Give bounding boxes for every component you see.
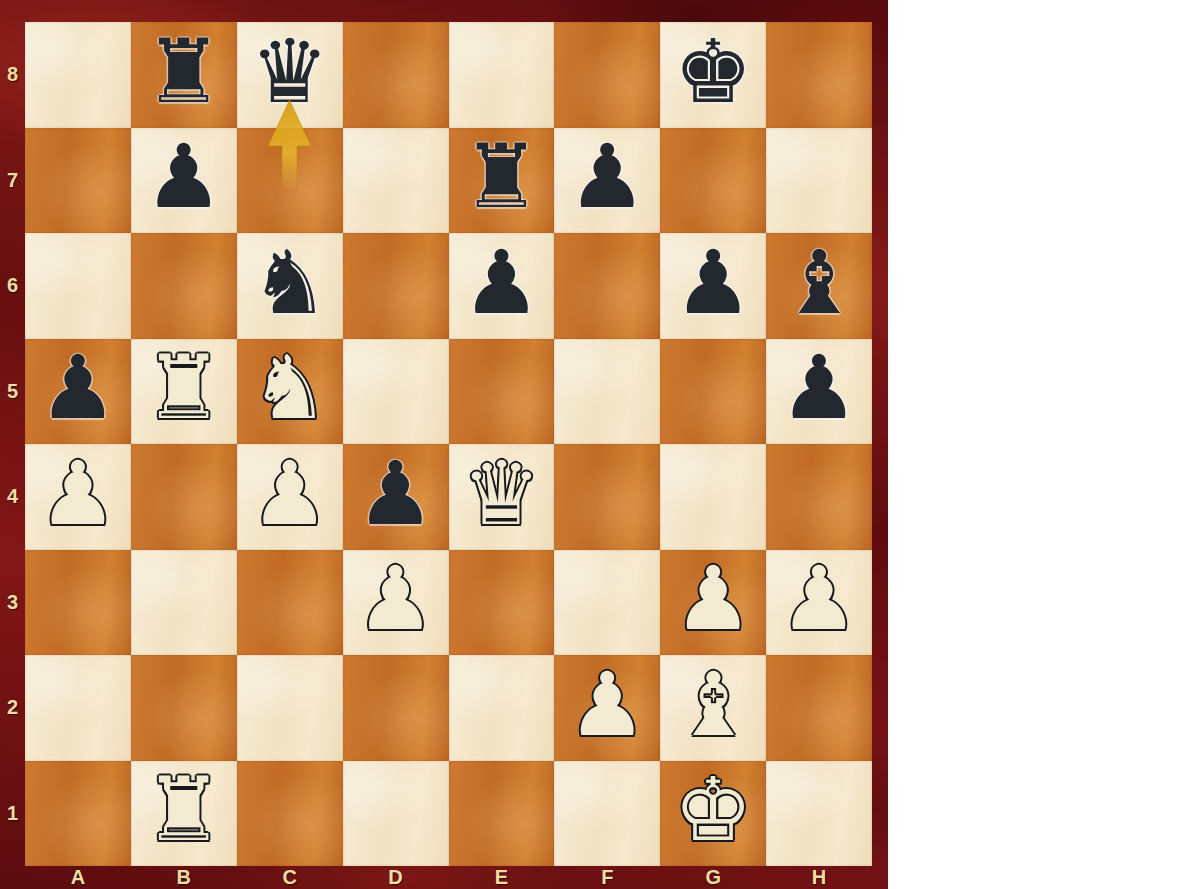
- square-g7[interactable]: [660, 128, 766, 234]
- square-c8[interactable]: ♛: [237, 22, 343, 128]
- piece-white-pawn-h3[interactable]: ♟: [780, 555, 859, 643]
- square-f1[interactable]: [554, 761, 660, 867]
- piece-white-queen-e4[interactable]: ♛: [462, 450, 541, 538]
- piece-black-bishop-h6[interactable]: ♝: [780, 239, 859, 327]
- piece-black-pawn-f7[interactable]: ♟: [568, 133, 647, 221]
- rank-label-8: 8: [0, 22, 25, 128]
- piece-black-queen-c8[interactable]: ♛: [250, 28, 329, 116]
- square-e6[interactable]: ♟: [449, 233, 555, 339]
- square-c6[interactable]: ♞: [237, 233, 343, 339]
- square-b2[interactable]: [131, 655, 237, 761]
- file-label-c: C: [237, 866, 343, 889]
- square-g1[interactable]: ♚: [660, 761, 766, 867]
- square-d7[interactable]: [343, 128, 449, 234]
- square-a4[interactable]: ♟: [25, 444, 131, 550]
- file-label-d: D: [343, 866, 449, 889]
- piece-white-knight-c5[interactable]: ♞: [250, 344, 329, 432]
- square-a1[interactable]: [25, 761, 131, 867]
- square-h6[interactable]: ♝: [766, 233, 872, 339]
- piece-white-rook-b1[interactable]: ♜: [144, 766, 223, 854]
- square-h1[interactable]: [766, 761, 872, 867]
- square-g8[interactable]: ♚: [660, 22, 766, 128]
- square-b6[interactable]: [131, 233, 237, 339]
- file-label-f: F: [554, 866, 660, 889]
- rank-label-5: 5: [0, 339, 25, 445]
- piece-black-pawn-d4[interactable]: ♟: [356, 450, 435, 538]
- square-f4[interactable]: [554, 444, 660, 550]
- square-h2[interactable]: [766, 655, 872, 761]
- square-h4[interactable]: [766, 444, 872, 550]
- piece-black-pawn-h5[interactable]: ♟: [780, 344, 859, 432]
- rank-label-7: 7: [0, 128, 25, 234]
- board-grid: ♜♛♚♟♜♟♞♟♟♝♟♜♞♟♟♟♟♛♟♟♟♟♝♜♚: [25, 22, 872, 866]
- rank-label-4: 4: [0, 444, 25, 550]
- file-label-e: E: [449, 866, 555, 889]
- square-h7[interactable]: [766, 128, 872, 234]
- rank-label-3: 3: [0, 550, 25, 656]
- piece-black-knight-c6[interactable]: ♞: [250, 239, 329, 327]
- square-e1[interactable]: [449, 761, 555, 867]
- square-f8[interactable]: [554, 22, 660, 128]
- square-g6[interactable]: ♟: [660, 233, 766, 339]
- square-e4[interactable]: ♛: [449, 444, 555, 550]
- file-label-b: B: [131, 866, 237, 889]
- piece-white-rook-b5[interactable]: ♜: [144, 344, 223, 432]
- square-g2[interactable]: ♝: [660, 655, 766, 761]
- square-b7[interactable]: ♟: [131, 128, 237, 234]
- square-f6[interactable]: [554, 233, 660, 339]
- piece-black-rook-b8[interactable]: ♜: [144, 28, 223, 116]
- square-d5[interactable]: [343, 339, 449, 445]
- square-c2[interactable]: [237, 655, 343, 761]
- square-d3[interactable]: ♟: [343, 550, 449, 656]
- square-a3[interactable]: [25, 550, 131, 656]
- square-a6[interactable]: [25, 233, 131, 339]
- file-label-g: G: [660, 866, 766, 889]
- piece-black-rook-e7[interactable]: ♜: [462, 133, 541, 221]
- square-a2[interactable]: [25, 655, 131, 761]
- file-label-h: H: [766, 866, 872, 889]
- square-c3[interactable]: [237, 550, 343, 656]
- square-b1[interactable]: ♜: [131, 761, 237, 867]
- square-e7[interactable]: ♜: [449, 128, 555, 234]
- square-d8[interactable]: [343, 22, 449, 128]
- piece-black-pawn-e6[interactable]: ♟: [462, 239, 541, 327]
- square-c7[interactable]: [237, 128, 343, 234]
- square-a7[interactable]: [25, 128, 131, 234]
- square-h8[interactable]: [766, 22, 872, 128]
- piece-black-pawn-b7[interactable]: ♟: [144, 133, 223, 221]
- screenshot-canvas: 87654321 ♜♛♚♟♜♟♞♟♟♝♟♜♞♟♟♟♟♛♟♟♟♟♝♜♚ ABCDE…: [0, 0, 1200, 889]
- piece-white-king-g1[interactable]: ♚: [674, 766, 753, 854]
- rank-label-1: 1: [0, 761, 25, 867]
- square-e5[interactable]: [449, 339, 555, 445]
- rank-label-6: 6: [0, 233, 25, 339]
- square-h3[interactable]: ♟: [766, 550, 872, 656]
- square-c5[interactable]: ♞: [237, 339, 343, 445]
- square-d2[interactable]: [343, 655, 449, 761]
- piece-white-pawn-g3[interactable]: ♟: [674, 555, 753, 643]
- square-b8[interactable]: ♜: [131, 22, 237, 128]
- square-h5[interactable]: ♟: [766, 339, 872, 445]
- file-label-a: A: [25, 866, 131, 889]
- piece-white-pawn-f2[interactable]: ♟: [568, 661, 647, 749]
- square-b4[interactable]: [131, 444, 237, 550]
- square-a5[interactable]: ♟: [25, 339, 131, 445]
- square-d1[interactable]: [343, 761, 449, 867]
- square-b3[interactable]: [131, 550, 237, 656]
- square-f2[interactable]: ♟: [554, 655, 660, 761]
- piece-white-bishop-g2[interactable]: ♝: [674, 661, 753, 749]
- square-c1[interactable]: [237, 761, 343, 867]
- square-a8[interactable]: [25, 22, 131, 128]
- rank-labels: 87654321: [0, 22, 25, 866]
- square-b5[interactable]: ♜: [131, 339, 237, 445]
- piece-black-king-g8[interactable]: ♚: [674, 28, 753, 116]
- piece-black-pawn-g6[interactable]: ♟: [674, 239, 753, 327]
- piece-white-pawn-a4[interactable]: ♟: [38, 450, 117, 538]
- square-g3[interactable]: ♟: [660, 550, 766, 656]
- square-e2[interactable]: [449, 655, 555, 761]
- chess-board: 87654321 ♜♛♚♟♜♟♞♟♟♝♟♜♞♟♟♟♟♛♟♟♟♟♝♜♚ ABCDE…: [0, 0, 888, 889]
- square-f7[interactable]: ♟: [554, 128, 660, 234]
- piece-white-pawn-c4[interactable]: ♟: [250, 450, 329, 538]
- square-c4[interactable]: ♟: [237, 444, 343, 550]
- square-g4[interactable]: [660, 444, 766, 550]
- square-e3[interactable]: [449, 550, 555, 656]
- rank-label-2: 2: [0, 655, 25, 761]
- piece-black-pawn-a5[interactable]: ♟: [38, 344, 117, 432]
- file-labels: ABCDEFGH: [25, 866, 872, 889]
- square-f3[interactable]: [554, 550, 660, 656]
- square-g5[interactable]: [660, 339, 766, 445]
- square-f5[interactable]: [554, 339, 660, 445]
- piece-white-pawn-d3[interactable]: ♟: [356, 555, 435, 643]
- square-d6[interactable]: [343, 233, 449, 339]
- square-d4[interactable]: ♟: [343, 444, 449, 550]
- square-e8[interactable]: [449, 22, 555, 128]
